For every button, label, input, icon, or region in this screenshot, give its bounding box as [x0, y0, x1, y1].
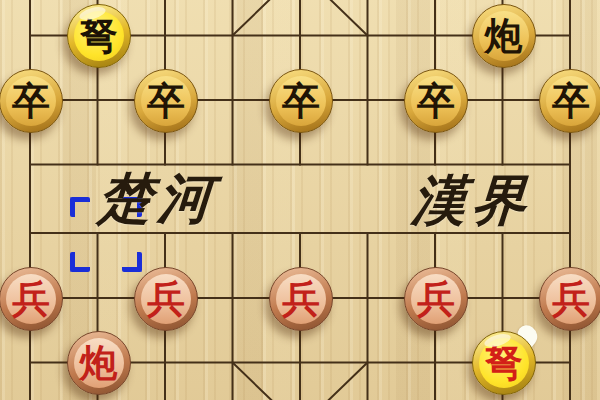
piece-glyph: 兵 — [147, 280, 185, 318]
piece-red-pawn[interactable]: 兵 — [134, 267, 198, 331]
piece-glyph: 卒 — [282, 82, 320, 120]
piece-glyph: 兵 — [417, 280, 455, 318]
piece-black-pawn[interactable]: 卒 — [539, 69, 600, 133]
selection-bracket-top-left — [70, 197, 90, 217]
piece-red-pawn[interactable]: 兵 — [404, 267, 468, 331]
piece-glyph: 兵 — [12, 280, 50, 318]
river-label-chu-he: 楚河 — [96, 166, 221, 232]
piece-black-pawn[interactable]: 卒 — [134, 69, 198, 133]
piece-red-pawn[interactable]: 兵 — [0, 267, 63, 331]
piece-glyph: 卒 — [147, 82, 185, 120]
piece-red-pawn[interactable]: 兵 — [539, 267, 600, 331]
piece-red-crossbow[interactable]: 弩 — [472, 331, 536, 395]
piece-glyph: 弩 — [80, 17, 118, 55]
piece-glyph: 卒 — [417, 82, 455, 120]
selection-bracket-bottom-left — [70, 252, 90, 272]
piece-black-crossbow[interactable]: 弩 — [67, 4, 131, 68]
piece-glyph: 弩 — [485, 344, 523, 382]
piece-glyph: 卒 — [12, 82, 50, 120]
piece-glyph: 炮 — [485, 17, 523, 55]
piece-black-pawn[interactable]: 卒 — [404, 69, 468, 133]
piece-glyph: 炮 — [80, 344, 118, 382]
piece-glyph: 兵 — [282, 280, 320, 318]
piece-black-pawn[interactable]: 卒 — [0, 69, 63, 133]
piece-glyph: 兵 — [552, 280, 590, 318]
piece-red-cannon[interactable]: 炮 — [67, 331, 131, 395]
piece-glyph: 卒 — [552, 82, 590, 120]
river-label-han-jie: 漢界 — [410, 168, 535, 234]
piece-black-cannon[interactable]: 炮 — [472, 4, 536, 68]
piece-black-pawn[interactable]: 卒 — [269, 69, 333, 133]
selection-bracket-bottom-right — [122, 252, 142, 272]
piece-red-pawn[interactable]: 兵 — [269, 267, 333, 331]
xiangqi-board: 楚河 漢界 弩 炮 卒 卒 卒 卒 卒 兵 兵 兵 兵 兵 炮 弩 — [0, 0, 600, 400]
